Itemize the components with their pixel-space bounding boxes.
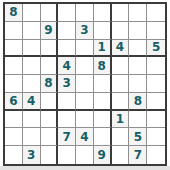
given-digit: 3	[63, 77, 71, 89]
cell-r4c7[interactable]	[112, 57, 130, 75]
cell-r2c6[interactable]	[94, 22, 112, 40]
cell-r3c6[interactable]: 1	[94, 40, 112, 58]
cell-r7c7[interactable]: 1	[112, 111, 130, 129]
cell-r8c4[interactable]: 7	[58, 128, 76, 146]
cell-r5c7[interactable]	[112, 75, 130, 93]
cell-r8c1[interactable]	[5, 128, 23, 146]
cell-r9c8[interactable]: 7	[129, 146, 147, 164]
page-background-strip	[0, 166, 170, 170]
given-digit: 5	[134, 131, 142, 143]
cell-r9c9[interactable]	[147, 146, 165, 164]
cell-r4c3[interactable]	[41, 57, 59, 75]
cell-r5c5[interactable]	[76, 75, 94, 93]
cell-r1c7[interactable]	[112, 4, 130, 22]
given-digit: 3	[80, 24, 88, 36]
cell-r5c3[interactable]: 8	[41, 75, 59, 93]
cell-r5c1[interactable]	[5, 75, 23, 93]
cell-r1c4[interactable]	[58, 4, 76, 22]
cell-r1c1[interactable]: 8	[5, 4, 23, 22]
given-digit: 1	[116, 113, 124, 125]
cell-r7c3[interactable]	[41, 111, 59, 129]
cell-r4c4[interactable]: 4	[58, 57, 76, 75]
cell-r2c4[interactable]	[58, 22, 76, 40]
cell-r5c4[interactable]: 3	[58, 75, 76, 93]
cell-r7c5[interactable]	[76, 111, 94, 129]
given-digit: 8	[9, 6, 17, 18]
cell-r8c6[interactable]	[94, 128, 112, 146]
cell-r6c1[interactable]: 6	[5, 93, 23, 111]
given-digit: 9	[44, 24, 52, 36]
cell-r3c1[interactable]	[5, 40, 23, 58]
cell-r3c7[interactable]: 4	[112, 40, 130, 58]
cell-r7c6[interactable]	[94, 111, 112, 129]
cell-r3c2[interactable]	[23, 40, 41, 58]
cell-r1c3[interactable]	[41, 4, 59, 22]
cell-r6c5[interactable]	[76, 93, 94, 111]
cell-r9c7[interactable]	[112, 146, 130, 164]
given-digit: 8	[134, 95, 142, 107]
cell-r9c3[interactable]	[41, 146, 59, 164]
given-digit: 3	[27, 149, 35, 161]
cell-r6c9[interactable]	[147, 93, 165, 111]
given-digit: 4	[116, 41, 124, 53]
cell-r7c4[interactable]	[58, 111, 76, 129]
cell-r3c8[interactable]	[129, 40, 147, 58]
cell-r4c2[interactable]	[23, 57, 41, 75]
cell-r2c9[interactable]	[147, 22, 165, 40]
cell-r7c2[interactable]	[23, 111, 41, 129]
cell-r7c9[interactable]	[147, 111, 165, 129]
given-digit: 4	[27, 95, 35, 107]
cell-r6c4[interactable]	[58, 93, 76, 111]
cell-r3c3[interactable]	[41, 40, 59, 58]
cell-r5c9[interactable]	[147, 75, 165, 93]
cell-r4c5[interactable]	[76, 57, 94, 75]
cell-r2c8[interactable]	[129, 22, 147, 40]
given-digit: 5	[152, 41, 160, 53]
cell-r5c6[interactable]	[94, 75, 112, 93]
cell-r8c5[interactable]: 4	[76, 128, 94, 146]
given-digit: 8	[98, 60, 106, 72]
cell-r4c9[interactable]	[147, 57, 165, 75]
given-digit: 6	[9, 95, 17, 107]
cell-r5c8[interactable]	[129, 75, 147, 93]
cell-r9c1[interactable]	[5, 146, 23, 164]
cell-r9c5[interactable]	[76, 146, 94, 164]
given-digit: 4	[63, 60, 71, 72]
sudoku-board: 89314548836481745397	[3, 2, 167, 166]
cell-r3c9[interactable]: 5	[147, 40, 165, 58]
cell-r9c2[interactable]: 3	[23, 146, 41, 164]
cell-r2c2[interactable]	[23, 22, 41, 40]
given-digit: 7	[134, 149, 142, 161]
cell-r8c8[interactable]: 5	[129, 128, 147, 146]
cell-r7c8[interactable]	[129, 111, 147, 129]
given-digit: 4	[80, 131, 88, 143]
cell-r6c8[interactable]: 8	[129, 93, 147, 111]
given-digit: 1	[98, 41, 106, 53]
cell-r6c3[interactable]	[41, 93, 59, 111]
cell-r3c5[interactable]	[76, 40, 94, 58]
given-digit: 9	[98, 149, 106, 161]
cell-r2c3[interactable]: 9	[41, 22, 59, 40]
cell-r9c4[interactable]	[58, 146, 76, 164]
cell-r1c9[interactable]	[147, 4, 165, 22]
cell-r6c6[interactable]	[94, 93, 112, 111]
cell-r4c1[interactable]	[5, 57, 23, 75]
cell-r8c7[interactable]	[112, 128, 130, 146]
cell-r5c2[interactable]	[23, 75, 41, 93]
cell-r4c8[interactable]	[129, 57, 147, 75]
cell-r8c2[interactable]	[23, 128, 41, 146]
given-digit: 7	[63, 131, 71, 143]
cell-r4c6[interactable]: 8	[94, 57, 112, 75]
cell-r1c5[interactable]	[76, 4, 94, 22]
cell-r1c8[interactable]	[129, 4, 147, 22]
cell-r8c9[interactable]	[147, 128, 165, 146]
cell-r8c3[interactable]	[41, 128, 59, 146]
cell-r2c7[interactable]	[112, 22, 130, 40]
cell-r2c1[interactable]	[5, 22, 23, 40]
cell-r6c2[interactable]: 4	[23, 93, 41, 111]
given-digit: 8	[44, 77, 52, 89]
cell-r3c4[interactable]	[58, 40, 76, 58]
cell-r9c6[interactable]: 9	[94, 146, 112, 164]
cell-r6c7[interactable]	[112, 93, 130, 111]
cell-r7c1[interactable]	[5, 111, 23, 129]
cell-r1c2[interactable]	[23, 4, 41, 22]
cell-r2c5[interactable]: 3	[76, 22, 94, 40]
cell-r1c6[interactable]	[94, 4, 112, 22]
